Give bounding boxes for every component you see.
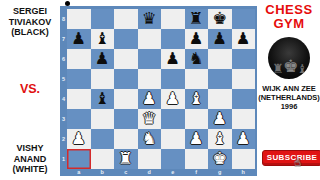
event-label: WIJK ANN ZEE (NETHERLANDS) 1996 xyxy=(255,84,320,111)
square-g3[interactable]: ♟ xyxy=(208,109,232,129)
piece-black-p: ♟ xyxy=(67,29,91,49)
square-a2[interactable]: ♟ xyxy=(67,129,91,149)
file-label-c: c xyxy=(114,169,138,176)
piece-white-k: ♚ xyxy=(208,149,232,169)
square-g5[interactable] xyxy=(208,69,232,89)
square-h5[interactable] xyxy=(232,69,256,89)
channel-brand: CHESS GYM xyxy=(258,3,320,31)
file-label-g: g xyxy=(208,169,232,176)
square-h7[interactable]: ♟ xyxy=(232,29,256,49)
file-label-d: d xyxy=(138,169,162,176)
square-a6[interactable] xyxy=(67,49,91,69)
square-a8[interactable] xyxy=(67,9,91,29)
square-d8[interactable]: ♛ xyxy=(138,9,162,29)
square-h2[interactable]: ♟ xyxy=(232,129,256,149)
square-c5[interactable] xyxy=(114,69,138,89)
square-e2[interactable] xyxy=(161,129,185,149)
file-label-h: h xyxy=(232,169,256,176)
thumbnail: SERGEI TIVIAKOV (BLACK) VS. VISHY ANAND … xyxy=(0,0,320,180)
rank-label-1: 1 xyxy=(60,149,67,169)
piece-black-q: ♛ xyxy=(138,9,162,29)
right-panel: CHESS GYM ♜ ♚ ♝ WIJK ANN ZEE (NETHERLAND… xyxy=(258,0,320,180)
square-e8[interactable] xyxy=(161,9,185,29)
square-h8[interactable] xyxy=(232,9,256,29)
square-c8[interactable] xyxy=(114,9,138,29)
square-e3[interactable] xyxy=(161,109,185,129)
file-label-a: a xyxy=(67,169,91,176)
square-b5[interactable] xyxy=(91,69,115,89)
rank-label-8: 8 xyxy=(60,9,67,29)
square-g8[interactable]: ♚ xyxy=(208,9,232,29)
file-label-e: e xyxy=(161,169,185,176)
rank-label-5: 5 xyxy=(60,69,67,89)
piece-black-b: ♝ xyxy=(91,29,115,49)
square-e4[interactable]: ♟ xyxy=(161,89,185,109)
logo-bishop-icon: ♝ xyxy=(297,62,308,76)
piece-black-r: ♜ xyxy=(185,9,209,29)
logo-rook-icon: ♜ xyxy=(272,61,284,76)
piece-white-b: ♝ xyxy=(208,129,232,149)
piece-white-q: ♛ xyxy=(138,109,162,129)
square-d2[interactable]: ♞ xyxy=(138,129,162,149)
square-f1[interactable] xyxy=(185,149,209,169)
piece-white-b: ♝ xyxy=(185,89,209,109)
square-c7[interactable] xyxy=(114,29,138,49)
square-f8[interactable]: ♜ xyxy=(185,9,209,29)
piece-white-p: ♟ xyxy=(185,129,209,149)
square-h4[interactable] xyxy=(232,89,256,109)
square-a5[interactable] xyxy=(67,69,91,89)
square-g7[interactable]: ♟ xyxy=(208,29,232,49)
piece-black-p: ♟ xyxy=(161,49,185,69)
black-player-name: SERGEI TIVIAKOV (BLACK) xyxy=(0,6,60,38)
square-a7[interactable]: ♟ xyxy=(67,29,91,49)
piece-black-k: ♚ xyxy=(208,9,232,29)
square-d6[interactable] xyxy=(138,49,162,69)
rank-label-4: 4 xyxy=(60,89,67,109)
piece-white-p: ♟ xyxy=(232,129,256,149)
chess-gym-logo: ♜ ♚ ♝ xyxy=(268,37,310,79)
piece-white-n: ♞ xyxy=(138,129,162,149)
piece-white-p: ♟ xyxy=(67,129,91,149)
square-a1[interactable] xyxy=(67,149,91,169)
square-h3[interactable] xyxy=(232,109,256,129)
square-c1[interactable]: ♜ xyxy=(114,149,138,169)
square-f5[interactable] xyxy=(185,69,209,89)
piece-black-p: ♟ xyxy=(185,29,209,49)
piece-black-n: ♞ xyxy=(185,49,209,69)
rank-label-7: 7 xyxy=(60,29,67,49)
rank-labels: 87654321 xyxy=(60,9,67,169)
square-e5[interactable] xyxy=(161,69,185,89)
square-b8[interactable] xyxy=(91,9,115,29)
square-c4[interactable] xyxy=(114,89,138,109)
left-panel: SERGEI TIVIAKOV (BLACK) VS. VISHY ANAND … xyxy=(0,0,60,180)
square-e7[interactable] xyxy=(161,29,185,49)
square-g2[interactable]: ♝ xyxy=(208,129,232,149)
square-e1[interactable] xyxy=(161,149,185,169)
square-f7[interactable]: ♟ xyxy=(185,29,209,49)
square-d5[interactable] xyxy=(138,69,162,89)
board-squares: ♛♜♚♟♝♟♟♟♟♟♞♝♟♟♝♛♟♟♞♟♝♟♜♚ xyxy=(67,9,255,169)
rank-label-3: 3 xyxy=(60,109,67,129)
piece-white-p: ♟ xyxy=(161,89,185,109)
square-c2[interactable] xyxy=(114,129,138,149)
piece-black-b: ♝ xyxy=(91,89,115,109)
square-f4[interactable]: ♝ xyxy=(185,89,209,109)
piece-black-p: ♟ xyxy=(208,29,232,49)
subscribe-button[interactable]: SUBSCRIBE xyxy=(262,150,320,166)
square-a3[interactable] xyxy=(67,109,91,129)
square-h1[interactable] xyxy=(232,149,256,169)
piece-white-p: ♟ xyxy=(138,89,162,109)
piece-black-p: ♟ xyxy=(91,49,115,69)
file-labels: abcdefgh xyxy=(67,169,255,176)
piece-black-p: ♟ xyxy=(232,29,256,49)
file-label-b: b xyxy=(91,169,115,176)
square-e6[interactable]: ♟ xyxy=(161,49,185,69)
square-b7[interactable]: ♝ xyxy=(91,29,115,49)
square-d7[interactable] xyxy=(138,29,162,49)
rank-label-6: 6 xyxy=(60,49,67,69)
square-b3[interactable] xyxy=(91,109,115,129)
square-g6[interactable] xyxy=(208,49,232,69)
square-c3[interactable] xyxy=(114,109,138,129)
square-g4[interactable] xyxy=(208,89,232,109)
square-b4[interactable]: ♝ xyxy=(91,89,115,109)
square-a4[interactable] xyxy=(67,89,91,109)
square-b2[interactable] xyxy=(91,129,115,149)
file-label-f: f xyxy=(185,169,209,176)
square-f6[interactable]: ♞ xyxy=(185,49,209,69)
piece-white-r: ♜ xyxy=(114,149,138,169)
square-f2[interactable]: ♟ xyxy=(185,129,209,149)
square-g1[interactable]: ♚ xyxy=(208,149,232,169)
square-b1[interactable] xyxy=(91,149,115,169)
rank-label-2: 2 xyxy=(60,129,67,149)
square-d1[interactable] xyxy=(138,149,162,169)
piece-white-p: ♟ xyxy=(208,109,232,129)
chess-board: 87654321 abcdefgh ♛♜♚♟♝♟♟♟♟♟♞♝♟♟♝♛♟♟♞♟♝♟… xyxy=(60,6,257,176)
white-player-name: VISHY ANAND (WHITE) xyxy=(0,143,60,175)
square-b6[interactable]: ♟ xyxy=(91,49,115,69)
square-d4[interactable]: ♟ xyxy=(138,89,162,109)
logo-king-icon: ♚ xyxy=(283,56,298,76)
square-d3[interactable]: ♛ xyxy=(138,109,162,129)
vs-label: VS. xyxy=(0,82,60,96)
square-h6[interactable] xyxy=(232,49,256,69)
square-f3[interactable] xyxy=(185,109,209,129)
square-c6[interactable] xyxy=(114,49,138,69)
